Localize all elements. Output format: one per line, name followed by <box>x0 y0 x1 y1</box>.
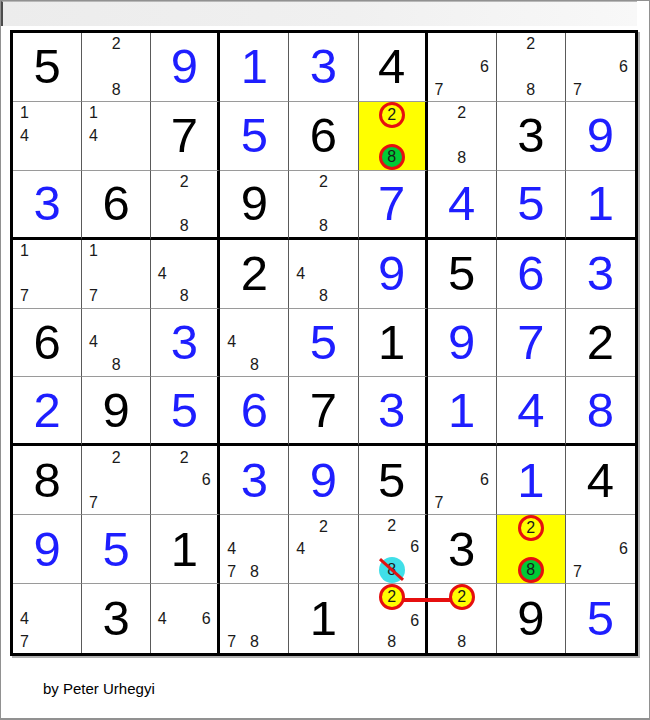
candidate-8[interactable]: 8 <box>319 218 328 234</box>
cell-r2c9[interactable]: 9 <box>566 102 635 171</box>
pencil-slot: 8 <box>519 78 542 101</box>
pencilmarks: 268 <box>359 584 425 653</box>
pencil-slot <box>542 56 565 79</box>
candidate-7[interactable]: 7 <box>435 495 444 511</box>
cell-r5c7[interactable]: 9 <box>428 309 497 378</box>
cell-r1c3[interactable]: 9 <box>151 33 220 102</box>
pencil-slot: 7 <box>13 630 36 653</box>
pencil-slot <box>612 560 635 583</box>
candidate-digit: 2 <box>112 36 121 52</box>
cell-r7c2[interactable]: 27 <box>82 446 151 515</box>
candidate-2[interactable]: 2 <box>112 450 121 466</box>
pencil-slot <box>128 125 151 148</box>
solved-digit: 6 <box>241 386 268 435</box>
top-scrollbar[interactable] <box>1 1 637 26</box>
pencil-slot <box>82 147 105 170</box>
cell-r6c8[interactable]: 4 <box>497 377 566 446</box>
pencil-slot <box>405 632 425 653</box>
pencilmarks: 48 <box>151 240 217 308</box>
cell-r8c8[interactable]: 28 <box>497 515 566 584</box>
candidate-8-cyan-strike[interactable]: 8 <box>379 557 405 583</box>
pencil-slot: 4 <box>151 262 173 285</box>
candidate-2[interactable]: 2 <box>112 36 121 52</box>
cell-r5c2[interactable]: 48 <box>82 309 151 378</box>
candidate-6[interactable]: 6 <box>619 59 628 75</box>
candidate-2[interactable]: 2 <box>180 450 189 466</box>
cell-r1c5[interactable]: 3 <box>289 33 358 102</box>
candidate-4[interactable]: 4 <box>296 266 305 282</box>
pencilmarks: 17 <box>82 240 150 308</box>
candidate-8[interactable]: 8 <box>250 634 259 650</box>
pencil-slot <box>518 541 544 557</box>
cell-r9c1[interactable]: 47 <box>13 584 82 653</box>
cell-r2c1[interactable]: 14 <box>13 102 82 171</box>
pencil-slot <box>128 446 151 469</box>
cell-r6c7[interactable]: 1 <box>428 377 497 446</box>
candidate-8[interactable]: 8 <box>319 288 328 304</box>
candidate-6[interactable]: 6 <box>202 611 211 627</box>
candidate-8[interactable]: 8 <box>180 288 189 304</box>
pencil-slot <box>128 240 151 263</box>
pencil-slot <box>289 515 312 538</box>
cell-r9c5[interactable]: 1 <box>289 584 358 653</box>
candidate-6[interactable]: 6 <box>619 541 628 557</box>
pencil-slot <box>428 56 451 79</box>
pencil-slot <box>151 285 173 308</box>
cell-r1c9[interactable]: 67 <box>566 33 635 102</box>
pencilmarks: 47 <box>13 584 81 653</box>
given-digit: 9 <box>517 594 544 643</box>
candidate-digit: 4 <box>296 266 305 282</box>
solved-digit: 9 <box>448 318 475 367</box>
cell-r9c4[interactable]: 78 <box>220 584 289 653</box>
candidate-8[interactable]: 8 <box>112 82 121 98</box>
candidate-digit: 4 <box>158 266 167 282</box>
pencil-slot <box>36 240 59 263</box>
cell-r2c8[interactable]: 3 <box>497 102 566 171</box>
pencil-slot: 8 <box>518 557 544 583</box>
cell-r7c4[interactable]: 3 <box>220 446 289 515</box>
cell-r1c4[interactable]: 1 <box>220 33 289 102</box>
pencil-slot: 2 <box>379 515 405 536</box>
pencil-slot <box>266 560 289 583</box>
cell-r2c6[interactable]: 28 <box>359 102 428 171</box>
solved-digit: 5 <box>171 386 198 435</box>
candidate-6[interactable]: 6 <box>480 472 489 488</box>
candidate-4[interactable]: 4 <box>89 128 98 144</box>
cell-r2c7[interactable]: 28 <box>428 102 497 171</box>
candidate-8[interactable]: 8 <box>457 634 466 650</box>
candidate-2[interactable]: 2 <box>319 519 328 535</box>
pencil-slot <box>497 78 520 101</box>
candidate-4[interactable]: 4 <box>89 334 98 350</box>
candidate-8[interactable]: 8 <box>112 357 121 373</box>
pencil-slot <box>105 102 128 125</box>
pencil-slot: 2 <box>173 171 195 193</box>
cell-r3c8[interactable]: 5 <box>497 171 566 240</box>
candidate-8[interactable]: 8 <box>526 82 535 98</box>
candidate-7[interactable]: 7 <box>227 564 236 580</box>
solved-digit: 3 <box>171 318 198 367</box>
candidate-1[interactable]: 1 <box>89 243 98 259</box>
candidate-1[interactable]: 1 <box>89 105 98 121</box>
pencil-slot <box>428 33 451 56</box>
candidate-8[interactable]: 8 <box>250 564 259 580</box>
candidate-digit: 4 <box>89 128 98 144</box>
cell-r8c2[interactable]: 5 <box>82 515 151 584</box>
solved-digit: 4 <box>448 179 475 228</box>
candidate-digit: 8 <box>387 149 396 165</box>
pencil-slot <box>359 515 379 536</box>
pencil-slot <box>13 262 36 285</box>
pencil-slot <box>58 240 81 263</box>
pencil-slot <box>220 309 243 332</box>
candidate-7[interactable]: 7 <box>573 564 582 580</box>
pencil-slot <box>589 515 612 538</box>
pencil-slot <box>266 538 289 561</box>
cell-r1c7[interactable]: 67 <box>428 33 497 102</box>
given-digit: 3 <box>517 111 544 160</box>
pencil-slot <box>195 262 217 285</box>
cell-r8c7[interactable]: 3 <box>428 515 497 584</box>
candidate-digit: 6 <box>410 613 419 629</box>
pencil-slot <box>449 610 475 631</box>
pencil-slot <box>82 33 105 56</box>
cell-r6c3[interactable]: 5 <box>151 377 220 446</box>
pencil-slot: 2 <box>105 33 128 56</box>
pencil-slot <box>473 33 496 56</box>
candidate-2[interactable]: 2 <box>457 105 466 121</box>
cell-r8c3[interactable]: 1 <box>151 515 220 584</box>
pencil-slot <box>266 354 289 377</box>
solved-digit: 6 <box>517 249 544 298</box>
candidate-4[interactable]: 4 <box>227 541 236 557</box>
cell-r6c5[interactable]: 7 <box>289 377 358 446</box>
cell-r3c6[interactable]: 7 <box>359 171 428 240</box>
candidate-4[interactable]: 4 <box>227 334 236 350</box>
pencil-slot <box>36 262 59 285</box>
cell-r6c6[interactable]: 3 <box>359 377 428 446</box>
candidate-7[interactable]: 7 <box>89 495 98 511</box>
candidate-7[interactable]: 7 <box>435 82 444 98</box>
given-digit: 9 <box>103 386 130 435</box>
cell-r6c4[interactable]: 6 <box>220 377 289 446</box>
pencil-slot <box>266 331 289 354</box>
pencil-slot <box>195 171 217 193</box>
pencil-slot <box>195 193 217 215</box>
candidate-8[interactable]: 8 <box>180 218 189 234</box>
candidate-digit: 2 <box>457 589 466 605</box>
pencil-slot <box>335 538 358 561</box>
cell-r2c2[interactable]: 14 <box>82 102 151 171</box>
cell-r4c2[interactable]: 17 <box>82 240 151 309</box>
candidate-4[interactable]: 4 <box>20 611 29 627</box>
candidate-2[interactable]: 2 <box>319 174 328 190</box>
pencil-slot <box>128 33 151 56</box>
cell-r3c2[interactable]: 6 <box>82 171 151 240</box>
candidate-7[interactable]: 7 <box>573 82 582 98</box>
candidate-digit: 8 <box>180 218 189 234</box>
pencil-slot <box>428 469 451 492</box>
cell-r4c3[interactable]: 48 <box>151 240 220 309</box>
cell-r3c5[interactable]: 28 <box>289 171 358 240</box>
cell-r9c6[interactable]: 268 <box>359 584 428 653</box>
candidate-digit: 2 <box>180 174 189 190</box>
cell-r5c4[interactable]: 48 <box>220 309 289 378</box>
pencil-slot <box>544 515 565 541</box>
pencil-slot: 7 <box>220 560 243 583</box>
candidate-2[interactable]: 2 <box>180 174 189 190</box>
cell-r5c8[interactable]: 7 <box>497 309 566 378</box>
pencil-slot <box>473 446 496 469</box>
cell-r5c5[interactable]: 5 <box>289 309 358 378</box>
candidate-8[interactable]: 8 <box>250 357 259 373</box>
candidate-7[interactable]: 7 <box>20 634 29 650</box>
cell-r8c9[interactable]: 67 <box>566 515 635 584</box>
given-digit: 1 <box>378 318 405 367</box>
cell-r6c2[interactable]: 9 <box>82 377 151 446</box>
pencil-slot <box>359 102 379 128</box>
pencil-slot <box>151 446 173 469</box>
cell-r3c4[interactable]: 9 <box>220 171 289 240</box>
cell-r5c9[interactable]: 2 <box>566 309 635 378</box>
pencil-slot: 4 <box>289 262 312 285</box>
pencilmarks: 28 <box>289 171 357 237</box>
pencil-slot <box>195 285 217 308</box>
candidate-digit: 8 <box>250 564 259 580</box>
candidate-digit: 2 <box>387 518 396 534</box>
pencilmarks: 28 <box>428 584 496 653</box>
pencil-slot <box>405 557 425 583</box>
pencil-slot <box>428 632 449 653</box>
app-window: 5289134672867141475628283936289287451171… <box>0 0 650 720</box>
candidate-4[interactable]: 4 <box>158 611 167 627</box>
pencil-slot <box>544 541 565 557</box>
pencil-slot <box>173 262 195 285</box>
candidate-4[interactable]: 4 <box>20 128 29 144</box>
pencil-slot <box>519 56 542 79</box>
pencil-slot <box>243 584 266 607</box>
pencil-slot <box>359 584 379 610</box>
pencil-slot <box>173 584 195 607</box>
pencil-slot: 4 <box>220 331 243 354</box>
candidate-7[interactable]: 7 <box>89 288 98 304</box>
pencil-slot <box>359 128 379 144</box>
pencil-slot <box>266 584 289 607</box>
cell-r7c1[interactable]: 8 <box>13 446 82 515</box>
pencil-slot <box>105 125 128 148</box>
pencil-slot <box>428 610 449 631</box>
pencil-slot <box>151 469 173 492</box>
pencil-slot: 8 <box>173 215 195 237</box>
pencil-slot <box>566 33 589 56</box>
cell-r7c6[interactable]: 5 <box>359 446 428 515</box>
cell-r3c3[interactable]: 28 <box>151 171 220 240</box>
pencilmarks: 24 <box>289 515 357 583</box>
candidate-7[interactable]: 7 <box>227 634 236 650</box>
candidate-2[interactable]: 2 <box>526 36 535 52</box>
cell-r5c3[interactable]: 3 <box>151 309 220 378</box>
cell-r8c1[interactable]: 9 <box>13 515 82 584</box>
pencil-slot <box>450 33 473 56</box>
pencil-slot <box>58 285 81 308</box>
solved-digit: 1 <box>517 456 544 505</box>
solved-digit: 5 <box>587 594 614 643</box>
pencil-slot <box>312 538 335 561</box>
candidate-digit: 8 <box>526 562 535 578</box>
candidate-2-red-ring[interactable]: 2 <box>518 515 544 541</box>
pencil-slot: 1 <box>13 240 36 263</box>
candidate-digit: 1 <box>20 243 29 259</box>
cell-r9c8[interactable]: 9 <box>497 584 566 653</box>
solved-digit: 9 <box>33 525 60 574</box>
candidate-digit: 4 <box>20 611 29 627</box>
cell-r4c6[interactable]: 9 <box>359 240 428 309</box>
pencil-slot <box>450 78 473 101</box>
pencil-slot: 8 <box>243 354 266 377</box>
cell-r1c2[interactable]: 28 <box>82 33 151 102</box>
cell-r4c4[interactable]: 2 <box>220 240 289 309</box>
candidate-6[interactable]: 6 <box>410 539 419 555</box>
pencil-slot: 8 <box>173 285 195 308</box>
pencil-slot: 6 <box>473 56 496 79</box>
pencil-slot: 4 <box>289 538 312 561</box>
solved-digit: 1 <box>448 386 475 435</box>
cell-r4c8[interactable]: 6 <box>497 240 566 309</box>
pencil-slot <box>379 128 405 144</box>
candidate-8[interactable]: 8 <box>387 634 396 650</box>
cell-r7c8[interactable]: 1 <box>497 446 566 515</box>
pencil-slot: 8 <box>243 560 266 583</box>
pencil-slot: 2 <box>449 584 475 610</box>
solved-digit: 2 <box>33 386 60 435</box>
cell-r9c2[interactable]: 3 <box>82 584 151 653</box>
cell-r8c4[interactable]: 478 <box>220 515 289 584</box>
given-digit: 3 <box>103 594 130 643</box>
candidate-8[interactable]: 8 <box>457 150 466 166</box>
candidate-6[interactable]: 6 <box>202 472 211 488</box>
pencil-slot <box>151 584 173 607</box>
cell-r2c5[interactable]: 6 <box>289 102 358 171</box>
pencil-slot: 6 <box>405 610 425 631</box>
pencil-slot: 8 <box>379 144 405 170</box>
cell-r5c1[interactable]: 6 <box>13 309 82 378</box>
pencil-slot: 1 <box>82 240 105 263</box>
cell-r6c9[interactable]: 8 <box>566 377 635 446</box>
pencil-slot <box>220 515 243 538</box>
cell-r6c1[interactable]: 2 <box>13 377 82 446</box>
cell-r9c7[interactable]: 28 <box>428 584 497 653</box>
candidate-digit: 8 <box>457 634 466 650</box>
cell-r7c7[interactable]: 67 <box>428 446 497 515</box>
candidate-digit: 8 <box>250 357 259 373</box>
pencil-slot <box>243 607 266 630</box>
cell-r3c9[interactable]: 1 <box>566 171 635 240</box>
cell-r8c5[interactable]: 24 <box>289 515 358 584</box>
given-digit: 4 <box>378 42 405 91</box>
cell-r1c6[interactable]: 4 <box>359 33 428 102</box>
cell-r7c9[interactable]: 4 <box>566 446 635 515</box>
pencil-slot <box>589 78 612 101</box>
pencilmarks: 28 <box>359 102 425 170</box>
pencil-slot: 4 <box>82 331 105 354</box>
pencil-slot: 6 <box>405 536 425 557</box>
candidate-8-green-red-ring[interactable]: 8 <box>379 144 405 170</box>
candidate-digit: 7 <box>89 288 98 304</box>
pencil-slot <box>589 56 612 79</box>
candidate-digit: 8 <box>457 150 466 166</box>
cell-r8c6[interactable]: 268 <box>359 515 428 584</box>
candidate-1[interactable]: 1 <box>20 243 29 259</box>
pencil-slot: 2 <box>312 515 335 538</box>
pencil-slot: 2 <box>519 33 542 56</box>
cell-r5c6[interactable]: 1 <box>359 309 428 378</box>
pencil-slot <box>243 515 266 538</box>
candidate-digit: 6 <box>480 472 489 488</box>
cell-r1c8[interactable]: 28 <box>497 33 566 102</box>
given-digit: 5 <box>448 249 475 298</box>
cell-r4c9[interactable]: 3 <box>566 240 635 309</box>
candidate-2-red-ring[interactable]: 2 <box>379 102 405 128</box>
cell-r9c3[interactable]: 46 <box>151 584 220 653</box>
pencil-slot <box>289 193 312 215</box>
candidate-6[interactable]: 6 <box>480 59 489 75</box>
pencil-slot: 7 <box>428 492 451 515</box>
cell-r1c1[interactable]: 5 <box>13 33 82 102</box>
candidate-2-yellow-red-ring[interactable]: 2 <box>449 584 475 610</box>
pencil-slot <box>450 56 473 79</box>
pencilmarks: 67 <box>566 515 635 583</box>
candidate-7[interactable]: 7 <box>20 288 29 304</box>
pencil-slot: 7 <box>428 78 451 101</box>
pencil-slot <box>589 33 612 56</box>
candidate-2-yellow-red-ring[interactable]: 2 <box>379 584 405 610</box>
cell-r7c3[interactable]: 26 <box>151 446 220 515</box>
cell-r7c5[interactable]: 9 <box>289 446 358 515</box>
cell-r2c4[interactable]: 5 <box>220 102 289 171</box>
cell-r3c7[interactable]: 4 <box>428 171 497 240</box>
candidate-4[interactable]: 4 <box>296 541 305 557</box>
pencil-slot <box>405 128 425 144</box>
pencil-slot <box>82 262 105 285</box>
cell-r2c3[interactable]: 7 <box>151 102 220 171</box>
pencil-slot <box>105 147 128 170</box>
pencil-slot <box>82 446 105 469</box>
cell-r4c5[interactable]: 48 <box>289 240 358 309</box>
cell-r4c7[interactable]: 5 <box>428 240 497 309</box>
candidate-digit: 4 <box>158 611 167 627</box>
candidate-2[interactable]: 2 <box>387 518 396 534</box>
candidate-4[interactable]: 4 <box>158 266 167 282</box>
candidate-8-green-red-ring[interactable]: 8 <box>518 557 544 583</box>
pencil-slot <box>82 309 105 332</box>
pencil-slot <box>428 125 451 148</box>
pencil-slot: 7 <box>220 630 243 653</box>
candidate-1[interactable]: 1 <box>20 105 29 121</box>
given-digit: 5 <box>378 456 405 505</box>
pencil-slot: 8 <box>105 354 128 377</box>
pencil-slot: 2 <box>450 102 473 125</box>
pencil-slot: 7 <box>82 492 105 515</box>
cell-r4c1[interactable]: 17 <box>13 240 82 309</box>
candidate-6[interactable]: 6 <box>410 613 419 629</box>
pencil-slot: 8 <box>450 147 473 170</box>
cell-r9c9[interactable]: 5 <box>566 584 635 653</box>
sudoku-board: 5289134672867141475628283936289287451171… <box>10 30 638 656</box>
pencil-slot: 8 <box>449 632 475 653</box>
cell-r3c1[interactable]: 3 <box>13 171 82 240</box>
pencil-slot <box>36 630 59 653</box>
